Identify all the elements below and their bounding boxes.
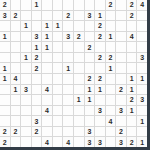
cell-r4c0-empty[interactable] [0, 42, 10, 52]
cell-r0c10-clue-2: 2 [106, 0, 116, 10]
cell-r12c4-empty[interactable] [42, 127, 52, 137]
cell-r3c6-clue-3: 3 [63, 32, 73, 42]
cell-r6c4-empty[interactable] [42, 63, 52, 73]
cell-r3c4-clue-1: 1 [42, 32, 52, 42]
cell-r9c6-empty[interactable] [63, 95, 73, 105]
cell-r4c6-empty[interactable] [63, 42, 73, 52]
cell-r3c13-empty[interactable] [137, 32, 147, 42]
cell-r6c6-clue-1: 1 [63, 63, 73, 73]
cell-r5c0-empty[interactable] [0, 53, 10, 63]
cell-r8c12-clue-1: 1 [127, 85, 137, 95]
cell-r9c4-empty[interactable] [42, 95, 52, 105]
cell-r7c8-clue-2: 2 [85, 74, 95, 84]
cell-r3c8-empty[interactable] [85, 32, 95, 42]
cell-r10c6-empty[interactable] [63, 106, 73, 116]
cell-r10c1-empty[interactable] [11, 106, 21, 116]
cell-r1c0-clue-3: 3 [0, 11, 10, 21]
cell-r6c3-clue-2: 2 [32, 63, 42, 73]
cell-r12c2-empty[interactable] [21, 127, 31, 137]
cell-r10c2-empty[interactable] [21, 106, 31, 116]
cell-r0c6-empty[interactable] [63, 0, 73, 10]
cell-r6c5-empty[interactable] [53, 63, 63, 73]
cell-r2c10-empty[interactable] [106, 21, 116, 31]
cell-r0c2-empty[interactable] [21, 0, 31, 10]
cell-r10c4-clue-4: 4 [42, 106, 52, 116]
cell-r6c12-empty[interactable] [127, 63, 137, 73]
cell-r11c4-empty[interactable] [42, 116, 52, 126]
cell-r12c5-empty[interactable] [53, 127, 63, 137]
cell-r12c6-empty[interactable] [63, 127, 73, 137]
cell-r7c3-empty[interactable] [32, 74, 42, 84]
cell-r7c12-clue-1: 1 [127, 74, 137, 84]
cell-r8c8-clue-1: 1 [85, 85, 95, 95]
cell-r8c3-empty[interactable] [32, 85, 42, 95]
cell-r9c7-clue-1: 1 [74, 95, 84, 105]
cell-r2c0-empty[interactable] [0, 21, 10, 31]
cell-r12c11-clue-2: 2 [116, 127, 126, 137]
cell-r4c3-clue-1: 1 [32, 42, 42, 52]
cell-r12c12-empty[interactable] [127, 127, 137, 137]
cell-r13c12-clue-2: 2 [127, 137, 137, 147]
cell-r3c12-clue-4: 4 [127, 32, 137, 42]
cell-r13c13-clue-1: 1 [137, 137, 147, 147]
cell-r11c12-empty[interactable] [127, 116, 137, 126]
cell-r5c12-empty[interactable] [127, 53, 137, 63]
cell-r5c5-empty[interactable] [53, 53, 63, 63]
cell-r7c4-empty[interactable] [42, 74, 52, 84]
cell-r1c7-empty[interactable] [74, 11, 84, 21]
cell-r11c5-empty[interactable] [53, 116, 63, 126]
cell-r4c7-empty[interactable] [74, 42, 84, 52]
cell-r0c11-empty[interactable] [116, 0, 126, 10]
cell-r13c6-clue-4: 4 [63, 137, 73, 147]
puzzle-board-frame: 2122432231211121313221411212223121114221… [0, 0, 150, 150]
cell-r1c4-empty[interactable] [42, 11, 52, 21]
cell-r8c13-empty[interactable] [137, 85, 147, 95]
cell-r13c9-clue-3: 3 [95, 137, 105, 147]
cell-r2c7-empty[interactable] [74, 21, 84, 31]
cell-r2c9-clue-2: 2 [95, 21, 105, 31]
cell-r4c13-empty[interactable] [137, 42, 147, 52]
cell-r1c9-clue-1: 1 [95, 11, 105, 21]
cell-r10c3-empty[interactable] [32, 106, 42, 116]
cell-r8c5-empty[interactable] [53, 85, 63, 95]
cell-r0c12-clue-2: 2 [127, 0, 137, 10]
cell-r2c5-clue-1: 1 [53, 21, 63, 31]
cell-r7c5-empty[interactable] [53, 74, 63, 84]
cell-r1c10-empty[interactable] [106, 11, 116, 21]
cell-r9c0-empty[interactable] [0, 95, 10, 105]
cell-r2c6-empty[interactable] [63, 21, 73, 31]
cell-r4c4-clue-1: 1 [42, 42, 52, 52]
cell-r4c8-clue-2: 2 [85, 42, 95, 52]
cell-r6c11-empty[interactable] [116, 63, 126, 73]
cell-r5c3-clue-2: 2 [32, 53, 42, 63]
cell-r12c13-empty[interactable] [137, 127, 147, 137]
cell-r11c0-empty[interactable] [0, 116, 10, 126]
cell-r5c2-clue-1: 1 [21, 53, 31, 63]
cell-r13c3-empty[interactable] [32, 137, 42, 147]
cell-r13c10-empty[interactable] [106, 137, 116, 147]
cell-r13c4-clue-4: 4 [42, 137, 52, 147]
cell-r10c13-empty[interactable] [137, 106, 147, 116]
cell-r2c4-clue-1: 1 [42, 21, 52, 31]
cell-r7c13-clue-1: 1 [137, 74, 147, 84]
cell-r13c11-clue-3: 3 [116, 137, 126, 147]
cell-r2c3-empty[interactable] [32, 21, 42, 31]
cell-r5c1-empty[interactable] [11, 53, 21, 63]
cell-r4c2-empty[interactable] [21, 42, 31, 52]
cell-r8c6-empty[interactable] [63, 85, 73, 95]
cell-r1c5-empty[interactable] [53, 11, 63, 21]
cell-r5c11-empty[interactable] [116, 53, 126, 63]
cell-r8c11-clue-2: 2 [116, 85, 126, 95]
cell-r4c1-empty[interactable] [11, 42, 21, 52]
cell-r0c9-empty[interactable] [95, 0, 105, 10]
cell-r0c8-empty[interactable] [85, 0, 95, 10]
cell-r7c10-empty[interactable] [106, 74, 116, 84]
cell-r9c2-empty[interactable] [21, 95, 31, 105]
cell-r6c13-empty[interactable] [137, 63, 147, 73]
cell-r7c9-clue-2: 2 [95, 74, 105, 84]
cell-r0c13-clue-4: 4 [137, 0, 147, 10]
cell-r4c12-empty[interactable] [127, 42, 137, 52]
cell-r7c1-clue-4: 4 [11, 74, 21, 84]
cell-r7c6-empty[interactable] [63, 74, 73, 84]
cell-r3c2-empty[interactable] [21, 32, 31, 42]
cell-r9c10-empty[interactable] [106, 95, 116, 105]
cell-r0c4-empty[interactable] [42, 0, 52, 10]
cell-r13c2-empty[interactable] [21, 137, 31, 147]
cell-r13c7-empty[interactable] [74, 137, 84, 147]
cell-r11c10-clue-4: 4 [106, 116, 116, 126]
cell-r3c1-empty[interactable] [11, 32, 21, 42]
cell-r7c2-empty[interactable] [21, 74, 31, 84]
cell-r1c6-clue-2: 2 [63, 11, 73, 21]
cell-r5c13-clue-3: 3 [137, 53, 147, 63]
cell-r4c11-empty[interactable] [116, 42, 126, 52]
cell-r10c9-clue-3: 3 [95, 106, 105, 116]
cell-r3c7-clue-2: 2 [74, 32, 84, 42]
cell-r12c7-empty[interactable] [74, 127, 84, 137]
cell-r9c9-empty[interactable] [95, 95, 105, 105]
cell-r0c7-empty[interactable] [74, 0, 84, 10]
cell-r11c6-empty[interactable] [63, 116, 73, 126]
cell-r11c8-empty[interactable] [85, 116, 95, 126]
cell-r10c12-clue-1: 1 [127, 106, 137, 116]
cell-r8c2-clue-3: 3 [21, 85, 31, 95]
cell-r6c8-empty[interactable] [85, 63, 95, 73]
cell-r10c8-empty[interactable] [85, 106, 95, 116]
minesweeper-grid: 2122432231211121313221411212223121114221… [0, 0, 147, 147]
cell-r3c0-clue-1: 1 [0, 32, 10, 42]
cell-r5c10-clue-2: 2 [106, 53, 116, 63]
cell-r10c0-empty[interactable] [0, 106, 10, 116]
cell-r0c3-clue-1: 1 [32, 0, 42, 10]
cell-r0c1-empty[interactable] [11, 0, 21, 10]
cell-r8c0-empty[interactable] [0, 85, 10, 95]
cell-r12c10-empty[interactable] [106, 127, 116, 137]
cell-r8c1-clue-1: 1 [11, 85, 21, 95]
cell-r13c8-clue-3: 3 [85, 137, 95, 147]
cell-r3c9-clue-2: 2 [95, 32, 105, 42]
cell-r1c3-empty[interactable] [32, 11, 42, 21]
cell-r10c11-clue-3: 3 [116, 106, 126, 116]
cell-r12c3-clue-2: 2 [32, 127, 42, 137]
cell-r4c10-empty[interactable] [106, 42, 116, 52]
cell-r11c1-empty[interactable] [11, 116, 21, 126]
cell-r11c2-empty[interactable] [21, 116, 31, 126]
cell-r5c4-empty[interactable] [42, 53, 52, 63]
cell-r2c2-clue-1: 1 [21, 21, 31, 31]
cell-r7c0-clue-1: 1 [0, 74, 10, 84]
cell-r6c10-clue-1: 1 [106, 63, 116, 73]
cell-r3c10-clue-1: 1 [106, 32, 116, 42]
cell-r11c3-clue-3: 3 [32, 116, 42, 126]
cell-r12c1-clue-2: 2 [11, 127, 21, 137]
cell-r0c5-empty[interactable] [53, 0, 63, 10]
cell-r4c9-empty[interactable] [95, 42, 105, 52]
cell-r10c5-empty[interactable] [53, 106, 63, 116]
cell-r12c8-clue-3: 3 [85, 127, 95, 137]
cell-r5c7-empty[interactable] [74, 53, 84, 63]
cell-r6c0-clue-1: 1 [0, 63, 10, 73]
cell-r6c9-empty[interactable] [95, 63, 105, 73]
cell-r8c4-clue-4: 4 [42, 85, 52, 95]
cell-r2c12-empty[interactable] [127, 21, 137, 31]
cell-r6c7-empty[interactable] [74, 63, 84, 73]
cell-r3c5-empty[interactable] [53, 32, 63, 42]
cell-r12c0-clue-2: 2 [0, 127, 10, 137]
cell-r7c7-empty[interactable] [74, 74, 84, 84]
cell-r11c13-clue-1: 1 [137, 116, 147, 126]
cell-r9c11-empty[interactable] [116, 95, 126, 105]
cell-r5c6-empty[interactable] [63, 53, 73, 63]
cell-r6c2-empty[interactable] [21, 63, 31, 73]
cell-r13c5-empty[interactable] [53, 137, 63, 147]
cell-r1c1-clue-2: 2 [11, 11, 21, 21]
cell-r9c12-clue-2: 2 [127, 95, 137, 105]
cell-r0c0-clue-2: 2 [0, 0, 10, 10]
cell-r13c1-empty[interactable] [11, 137, 21, 147]
cell-r13c0-clue-2: 2 [0, 137, 10, 147]
cell-r2c11-empty[interactable] [116, 21, 126, 31]
cell-r3c3-clue-3: 3 [32, 32, 42, 42]
cell-r3c11-empty[interactable] [116, 32, 126, 42]
cell-r2c1-empty[interactable] [11, 21, 21, 31]
cell-r1c11-empty[interactable] [116, 11, 126, 21]
cell-r10c10-empty[interactable] [106, 106, 116, 116]
cell-r5c9-clue-2: 2 [95, 53, 105, 63]
cell-r1c13-empty[interactable] [137, 11, 147, 21]
cell-r12c9-empty[interactable] [95, 127, 105, 137]
cell-r4c5-empty[interactable] [53, 42, 63, 52]
cell-r1c8-clue-3: 3 [85, 11, 95, 21]
cell-r8c9-clue-1: 1 [95, 85, 105, 95]
cell-r9c3-empty[interactable] [32, 95, 42, 105]
cell-r11c9-empty[interactable] [95, 116, 105, 126]
cell-r9c13-clue-3: 3 [137, 95, 147, 105]
cell-r11c7-empty[interactable] [74, 116, 84, 126]
cell-r1c2-empty[interactable] [21, 11, 31, 21]
cell-r8c10-empty[interactable] [106, 85, 116, 95]
cell-r9c1-empty[interactable] [11, 95, 21, 105]
cell-r5c8-empty[interactable] [85, 53, 95, 63]
cell-r11c11-empty[interactable] [116, 116, 126, 126]
cell-r8c7-empty[interactable] [74, 85, 84, 95]
cell-r10c7-empty[interactable] [74, 106, 84, 116]
cell-r9c5-empty[interactable] [53, 95, 63, 105]
cell-r9c8-clue-1: 1 [85, 95, 95, 105]
cell-r2c13-empty[interactable] [137, 21, 147, 31]
cell-r6c1-empty[interactable] [11, 63, 21, 73]
cell-r1c12-clue-2: 2 [127, 11, 137, 21]
cell-r2c8-empty[interactable] [85, 21, 95, 31]
cell-r7c11-empty[interactable] [116, 74, 126, 84]
